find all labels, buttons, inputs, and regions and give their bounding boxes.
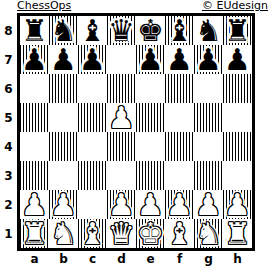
square-h7[interactable]: ♟ [223, 45, 252, 74]
square-d8[interactable]: ♛ [107, 16, 136, 45]
square-e5[interactable] [136, 103, 165, 132]
square-b1[interactable]: ♞ [49, 219, 78, 248]
white-queen: ♛ [107, 219, 136, 248]
square-c3[interactable] [78, 161, 107, 190]
square-e6[interactable] [136, 74, 165, 103]
white-pawn: ♟ [107, 103, 136, 132]
square-f7[interactable]: ♟ [165, 45, 194, 74]
square-g1[interactable]: ♞ [194, 219, 223, 248]
square-g7[interactable]: ♟ [194, 45, 223, 74]
square-c7[interactable]: ♟ [78, 45, 107, 74]
square-d1[interactable]: ♛ [107, 219, 136, 248]
rank-label-7: 7 [0, 45, 17, 74]
square-e1[interactable]: ♚ [136, 219, 165, 248]
square-d7[interactable] [107, 45, 136, 74]
file-label-c: c [78, 251, 107, 266]
file-label-h: h [223, 251, 252, 266]
copyright-label: © EUdesign [202, 0, 268, 12]
black-rook: ♜ [223, 16, 252, 45]
square-d6[interactable] [107, 74, 136, 103]
black-pawn: ♟ [20, 45, 49, 74]
square-d3[interactable] [107, 161, 136, 190]
file-label-f: f [165, 251, 194, 266]
black-bishop: ♝ [165, 16, 194, 45]
rank-label-6: 6 [0, 74, 17, 103]
square-a4[interactable] [20, 132, 49, 161]
square-f3[interactable] [165, 161, 194, 190]
square-h2[interactable]: ♟ [223, 190, 252, 219]
square-f6[interactable] [165, 74, 194, 103]
square-e2[interactable]: ♟ [136, 190, 165, 219]
chessops-window: ChessOps © EUdesign 87654321 ♜♞♝♛♚♝♞♜♟♟♟… [0, 0, 270, 270]
square-c2[interactable] [78, 190, 107, 219]
black-queen: ♛ [107, 16, 136, 45]
square-b8[interactable]: ♞ [49, 16, 78, 45]
title-bar: ChessOps © EUdesign [17, 0, 268, 12]
rank-labels: 87654321 [0, 13, 17, 251]
square-h3[interactable] [223, 161, 252, 190]
black-pawn: ♟ [49, 45, 78, 74]
white-king: ♚ [136, 219, 165, 248]
square-d4[interactable] [107, 132, 136, 161]
square-e8[interactable]: ♚ [136, 16, 165, 45]
square-f2[interactable]: ♟ [165, 190, 194, 219]
square-g2[interactable]: ♟ [194, 190, 223, 219]
white-pawn: ♟ [223, 190, 252, 219]
square-f4[interactable] [165, 132, 194, 161]
square-b4[interactable] [49, 132, 78, 161]
square-c4[interactable] [78, 132, 107, 161]
square-e3[interactable] [136, 161, 165, 190]
rank-label-1: 1 [0, 219, 17, 248]
file-label-e: e [136, 251, 165, 266]
square-a7[interactable]: ♟ [20, 45, 49, 74]
square-c1[interactable]: ♝ [78, 219, 107, 248]
file-label-d: d [107, 251, 136, 266]
app-title: ChessOps [17, 0, 71, 12]
square-h4[interactable] [223, 132, 252, 161]
square-g3[interactable] [194, 161, 223, 190]
file-label-a: a [20, 251, 49, 266]
white-pawn: ♟ [165, 190, 194, 219]
black-pawn: ♟ [136, 45, 165, 74]
black-king: ♚ [136, 16, 165, 45]
black-pawn: ♟ [165, 45, 194, 74]
black-pawn: ♟ [194, 45, 223, 74]
white-pawn: ♟ [49, 190, 78, 219]
square-a3[interactable] [20, 161, 49, 190]
square-h6[interactable] [223, 74, 252, 103]
square-h5[interactable] [223, 103, 252, 132]
white-pawn: ♟ [194, 190, 223, 219]
square-b3[interactable] [49, 161, 78, 190]
black-knight: ♞ [194, 16, 223, 45]
square-e4[interactable] [136, 132, 165, 161]
file-label-b: b [49, 251, 78, 266]
square-b2[interactable]: ♟ [49, 190, 78, 219]
square-a1[interactable]: ♜ [20, 219, 49, 248]
square-d2[interactable]: ♟ [107, 190, 136, 219]
board-area: 87654321 ♜♞♝♛♚♝♞♜♟♟♟♟♟♟♟♟♟♟♟♟♟♟♟♜♞♝♛♚♝♞♜ [0, 13, 270, 251]
rank-label-8: 8 [0, 16, 17, 45]
square-d5[interactable]: ♟ [107, 103, 136, 132]
square-f5[interactable] [165, 103, 194, 132]
square-c6[interactable] [78, 74, 107, 103]
square-b6[interactable] [49, 74, 78, 103]
square-b7[interactable]: ♟ [49, 45, 78, 74]
rank-label-4: 4 [0, 132, 17, 161]
rank-label-5: 5 [0, 103, 17, 132]
white-pawn: ♟ [107, 190, 136, 219]
rank-label-3: 3 [0, 161, 17, 190]
black-pawn: ♟ [78, 45, 107, 74]
black-bishop: ♝ [78, 16, 107, 45]
square-g5[interactable] [194, 103, 223, 132]
square-a5[interactable] [20, 103, 49, 132]
white-rook: ♜ [223, 219, 252, 248]
square-b5[interactable] [49, 103, 78, 132]
white-pawn: ♟ [136, 190, 165, 219]
white-bishop: ♝ [78, 219, 107, 248]
square-a2[interactable]: ♟ [20, 190, 49, 219]
square-a8[interactable]: ♜ [20, 16, 49, 45]
white-rook: ♜ [20, 219, 49, 248]
white-bishop: ♝ [165, 219, 194, 248]
rank-label-2: 2 [0, 190, 17, 219]
white-knight: ♞ [49, 219, 78, 248]
square-a6[interactable] [20, 74, 49, 103]
square-h1[interactable]: ♜ [223, 219, 252, 248]
file-label-g: g [194, 251, 223, 266]
square-f8[interactable]: ♝ [165, 16, 194, 45]
square-e7[interactable]: ♟ [136, 45, 165, 74]
black-pawn: ♟ [223, 45, 252, 74]
square-h8[interactable]: ♜ [223, 16, 252, 45]
square-g8[interactable]: ♞ [194, 16, 223, 45]
file-labels: abcdefgh [20, 251, 270, 266]
black-rook: ♜ [20, 16, 49, 45]
square-c8[interactable]: ♝ [78, 16, 107, 45]
black-knight: ♞ [49, 16, 78, 45]
square-c5[interactable] [78, 103, 107, 132]
chess-board: ♜♞♝♛♚♝♞♜♟♟♟♟♟♟♟♟♟♟♟♟♟♟♟♜♞♝♛♚♝♞♜ [17, 13, 255, 251]
white-knight: ♞ [194, 219, 223, 248]
square-f1[interactable]: ♝ [165, 219, 194, 248]
square-g6[interactable] [194, 74, 223, 103]
square-g4[interactable] [194, 132, 223, 161]
white-pawn: ♟ [20, 190, 49, 219]
